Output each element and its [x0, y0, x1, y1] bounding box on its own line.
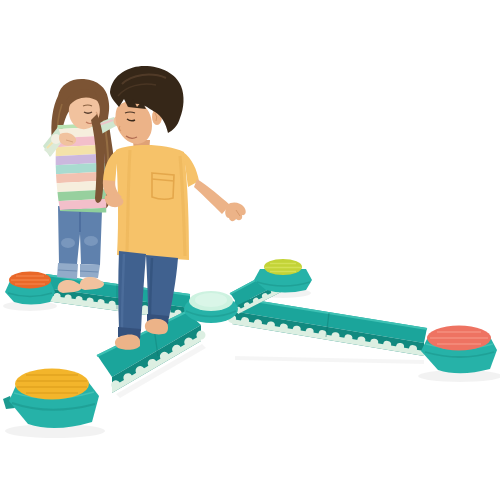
boy-left-hand [225, 203, 246, 222]
center-platform [184, 291, 238, 323]
stone-top [15, 369, 89, 400]
stepping-stone-yellow [3, 369, 99, 429]
beam-southeast [232, 297, 427, 356]
product-photo [0, 0, 500, 500]
boy-left-arm [194, 179, 230, 214]
stepping-stone-orange [5, 272, 55, 305]
stepping-stone-coral [421, 326, 497, 374]
balance-beam-scene [0, 0, 500, 500]
